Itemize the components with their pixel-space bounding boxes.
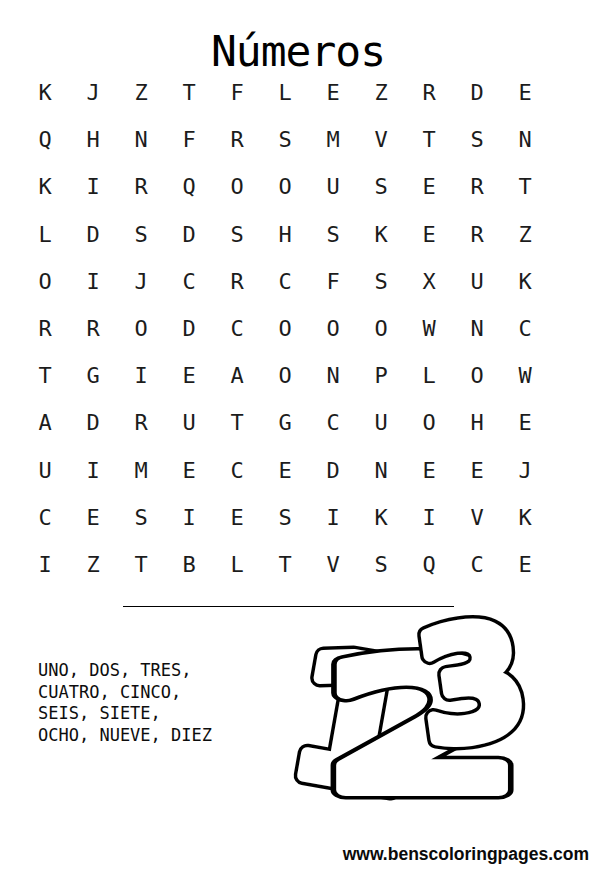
grid-cell-r8c5[interactable]: T <box>213 399 261 446</box>
grid-cell-r4c8[interactable]: K <box>357 211 405 258</box>
grid-cell-r10c4[interactable]: I <box>165 494 213 541</box>
grid-cell-r2c7[interactable]: M <box>309 116 357 163</box>
grid-cell-r2c9[interactable]: T <box>405 116 453 163</box>
grid-cell-r11c4[interactable]: B <box>165 541 213 588</box>
grid-cell-r10c10[interactable]: V <box>453 494 501 541</box>
grid-cell-r6c1[interactable]: R <box>21 305 69 352</box>
grid-cell-r5c11[interactable]: K <box>501 258 549 305</box>
grid-cell-r3c10[interactable]: R <box>453 163 501 210</box>
page-title: Números <box>0 28 596 74</box>
grid-cell-r8c10[interactable]: H <box>453 399 501 446</box>
grid-cell-r9c5[interactable]: C <box>213 447 261 494</box>
grid-cell-r9c1[interactable]: U <box>21 447 69 494</box>
grid-cell-r11c10[interactable]: C <box>453 541 501 588</box>
grid-cell-r1c9[interactable]: R <box>405 69 453 116</box>
grid-cell-r8c11[interactable]: E <box>501 399 549 446</box>
grid-cell-r10c5[interactable]: E <box>213 494 261 541</box>
grid-cell-r4c2[interactable]: D <box>69 211 117 258</box>
grid-cell-r7c11[interactable]: W <box>501 352 549 399</box>
grid-cell-r3c2[interactable]: I <box>69 163 117 210</box>
word-list-line: OCHO, NUEVE, DIEZ <box>38 725 212 747</box>
grid-cell-r4c1[interactable]: L <box>21 211 69 258</box>
grid-cell-r1c8[interactable]: Z <box>357 69 405 116</box>
grid-cell-r4c3[interactable]: S <box>117 211 165 258</box>
grid-cell-r2c6[interactable]: S <box>261 116 309 163</box>
grid-cell-r5c6[interactable]: C <box>261 258 309 305</box>
grid-cell-r5c3[interactable]: J <box>117 258 165 305</box>
grid-cell-r7c6[interactable]: O <box>261 352 309 399</box>
grid-cell-r6c4[interactable]: D <box>165 305 213 352</box>
grid-cell-r6c5[interactable]: C <box>213 305 261 352</box>
grid-cell-r2c5[interactable]: R <box>213 116 261 163</box>
grid-cell-r1c3[interactable]: Z <box>117 69 165 116</box>
grid-cell-r5c7[interactable]: F <box>309 258 357 305</box>
grid-cell-r6c2[interactable]: R <box>69 305 117 352</box>
grid-cell-r5c1[interactable]: O <box>21 258 69 305</box>
word-list: UNO, DOS, TRES,CUATRO, CINCO,SEIS, SIETE… <box>38 660 212 746</box>
grid-cell-r4c7[interactable]: S <box>309 211 357 258</box>
grid-cell-r9c9[interactable]: E <box>405 447 453 494</box>
grid-cell-r9c4[interactable]: E <box>165 447 213 494</box>
grid-cell-r9c6[interactable]: E <box>261 447 309 494</box>
grid-cell-r11c9[interactable]: Q <box>405 541 453 588</box>
grid-cell-r11c7[interactable]: V <box>309 541 357 588</box>
grid-cell-r2c3[interactable]: N <box>117 116 165 163</box>
grid-cell-r8c1[interactable]: A <box>21 399 69 446</box>
grid-cell-r5c4[interactable]: C <box>165 258 213 305</box>
numbers-123-illustration: 1 1 2 2 3 3 <box>245 612 565 822</box>
grid-cell-r5c9[interactable]: X <box>405 258 453 305</box>
grid-cell-r9c2[interactable]: I <box>69 447 117 494</box>
grid-cell-r7c8[interactable]: P <box>357 352 405 399</box>
grid-cell-r11c11[interactable]: E <box>501 541 549 588</box>
word-search-grid: KJZTFLEZRDEQHNFRSMVTSNKIRQOOUSERTLDSDSHS… <box>21 69 549 588</box>
grid-cell-r4c10[interactable]: R <box>453 211 501 258</box>
grid-cell-r7c9[interactable]: L <box>405 352 453 399</box>
grid-cell-r6c7[interactable]: O <box>309 305 357 352</box>
grid-cell-r8c8[interactable]: U <box>357 399 405 446</box>
grid-cell-r1c10[interactable]: D <box>453 69 501 116</box>
grid-cell-r3c4[interactable]: Q <box>165 163 213 210</box>
grid-cell-r11c1[interactable]: I <box>21 541 69 588</box>
grid-cell-r11c8[interactable]: S <box>357 541 405 588</box>
grid-cell-r1c6[interactable]: L <box>261 69 309 116</box>
grid-cell-r8c4[interactable]: U <box>165 399 213 446</box>
grid-cell-r2c4[interactable]: F <box>165 116 213 163</box>
grid-cell-r1c2[interactable]: J <box>69 69 117 116</box>
grid-cell-r5c5[interactable]: R <box>213 258 261 305</box>
grid-cell-r11c6[interactable]: T <box>261 541 309 588</box>
grid-cell-r7c4[interactable]: E <box>165 352 213 399</box>
grid-cell-r10c1[interactable]: C <box>21 494 69 541</box>
grid-cell-r9c10[interactable]: E <box>453 447 501 494</box>
divider-line <box>123 606 454 607</box>
grid-cell-r3c6[interactable]: O <box>261 163 309 210</box>
grid-cell-r9c11[interactable]: J <box>501 447 549 494</box>
grid-cell-r4c5[interactable]: S <box>213 211 261 258</box>
word-list-line: UNO, DOS, TRES, <box>38 660 212 682</box>
grid-cell-r6c3[interactable]: O <box>117 305 165 352</box>
grid-cell-r9c7[interactable]: D <box>309 447 357 494</box>
grid-cell-r4c6[interactable]: H <box>261 211 309 258</box>
grid-cell-r1c4[interactable]: T <box>165 69 213 116</box>
website-url: www.benscoloringpages.com <box>0 844 589 865</box>
grid-cell-r10c8[interactable]: K <box>357 494 405 541</box>
grid-cell-r7c10[interactable]: O <box>453 352 501 399</box>
grid-cell-r6c6[interactable]: O <box>261 305 309 352</box>
grid-cell-r7c3[interactable]: I <box>117 352 165 399</box>
grid-cell-r10c11[interactable]: K <box>501 494 549 541</box>
grid-cell-r8c3[interactable]: R <box>117 399 165 446</box>
grid-cell-r5c8[interactable]: S <box>357 258 405 305</box>
grid-cell-r7c5[interactable]: A <box>213 352 261 399</box>
grid-cell-r2c1[interactable]: Q <box>21 116 69 163</box>
grid-cell-r10c6[interactable]: S <box>261 494 309 541</box>
grid-cell-r2c11[interactable]: N <box>501 116 549 163</box>
grid-cell-r6c11[interactable]: C <box>501 305 549 352</box>
grid-cell-r11c5[interactable]: L <box>213 541 261 588</box>
grid-cell-r11c2[interactable]: Z <box>69 541 117 588</box>
grid-cell-r3c7[interactable]: U <box>309 163 357 210</box>
grid-cell-r8c7[interactable]: C <box>309 399 357 446</box>
grid-cell-r7c1[interactable]: T <box>21 352 69 399</box>
grid-cell-r4c4[interactable]: D <box>165 211 213 258</box>
grid-cell-r5c2[interactable]: I <box>69 258 117 305</box>
grid-cell-r9c8[interactable]: N <box>357 447 405 494</box>
grid-cell-r9c3[interactable]: M <box>117 447 165 494</box>
grid-cell-r3c5[interactable]: O <box>213 163 261 210</box>
grid-cell-r3c9[interactable]: E <box>405 163 453 210</box>
grid-cell-r3c1[interactable]: K <box>21 163 69 210</box>
grid-cell-r1c1[interactable]: K <box>21 69 69 116</box>
grid-cell-r10c7[interactable]: I <box>309 494 357 541</box>
word-list-line: CUATRO, CINCO, <box>38 682 212 704</box>
grid-cell-r3c3[interactable]: R <box>117 163 165 210</box>
grid-cell-r4c9[interactable]: E <box>405 211 453 258</box>
grid-cell-r3c8[interactable]: S <box>357 163 405 210</box>
grid-cell-r6c8[interactable]: O <box>357 305 405 352</box>
grid-cell-r8c6[interactable]: G <box>261 399 309 446</box>
grid-cell-r6c9[interactable]: W <box>405 305 453 352</box>
grid-cell-r7c7[interactable]: N <box>309 352 357 399</box>
grid-cell-r4c11[interactable]: Z <box>501 211 549 258</box>
grid-cell-r2c2[interactable]: H <box>69 116 117 163</box>
grid-cell-r3c11[interactable]: T <box>501 163 549 210</box>
grid-cell-r11c3[interactable]: T <box>117 541 165 588</box>
grid-cell-r1c7[interactable]: E <box>309 69 357 116</box>
grid-cell-r5c10[interactable]: U <box>453 258 501 305</box>
grid-cell-r1c5[interactable]: F <box>213 69 261 116</box>
word-list-line: SEIS, SIETE, <box>38 703 212 725</box>
grid-cell-r10c2[interactable]: E <box>69 494 117 541</box>
grid-cell-r7c2[interactable]: G <box>69 352 117 399</box>
grid-cell-r8c2[interactable]: D <box>69 399 117 446</box>
worksheet-page: Números KJZTFLEZRDEQHNFRSMVTSNKIRQOOUSER… <box>0 0 596 873</box>
grid-cell-r2c10[interactable]: S <box>453 116 501 163</box>
grid-cell-r10c3[interactable]: S <box>117 494 165 541</box>
grid-cell-r10c9[interactable]: I <box>405 494 453 541</box>
grid-cell-r1c11[interactable]: E <box>501 69 549 116</box>
grid-cell-r8c9[interactable]: O <box>405 399 453 446</box>
grid-cell-r6c10[interactable]: N <box>453 305 501 352</box>
grid-cell-r2c8[interactable]: V <box>357 116 405 163</box>
